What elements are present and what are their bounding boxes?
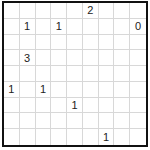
cell-r6c5[interactable]: [67, 82, 83, 98]
cell-r9c7: 1: [99, 129, 115, 145]
cell-r8c1[interactable]: [4, 113, 20, 129]
cell-r2c6[interactable]: [83, 19, 99, 35]
cell-r1c3[interactable]: [36, 3, 52, 19]
cell-r5c6[interactable]: [83, 66, 99, 82]
cell-r3c4[interactable]: [51, 35, 67, 51]
cell-r5c5[interactable]: [67, 66, 83, 82]
cell-r4c5[interactable]: [67, 50, 83, 66]
cell-r2c8[interactable]: [114, 19, 130, 35]
cell-r3c5[interactable]: [67, 35, 83, 51]
cell-r4c4[interactable]: [51, 50, 67, 66]
cell-r9c4[interactable]: [51, 129, 67, 145]
cell-r2c4: 1: [51, 19, 67, 35]
cell-r2c3[interactable]: [36, 19, 52, 35]
cell-r6c6[interactable]: [83, 82, 99, 98]
cell-r4c3[interactable]: [36, 50, 52, 66]
cell-r4c1[interactable]: [4, 50, 20, 66]
cell-r1c8[interactable]: [114, 3, 130, 19]
cell-r8c8[interactable]: [114, 113, 130, 129]
cell-r4c8[interactable]: [114, 50, 130, 66]
cell-r5c1[interactable]: [4, 66, 20, 82]
cell-r2c5[interactable]: [67, 19, 83, 35]
cell-r2c7[interactable]: [99, 19, 115, 35]
cell-r9c2[interactable]: [20, 129, 36, 145]
cell-r7c5: 1: [67, 98, 83, 114]
cell-r8c6[interactable]: [83, 113, 99, 129]
cell-r2c1[interactable]: [4, 19, 20, 35]
cell-r4c2: 3: [20, 50, 36, 66]
cell-r6c3: 1: [36, 82, 52, 98]
cell-r7c6[interactable]: [83, 98, 99, 114]
cell-r9c9[interactable]: [130, 129, 146, 145]
cell-r1c7[interactable]: [99, 3, 115, 19]
cell-r3c2[interactable]: [20, 35, 36, 51]
cell-r6c7[interactable]: [99, 82, 115, 98]
cell-r3c6[interactable]: [83, 35, 99, 51]
cell-r5c7[interactable]: [99, 66, 115, 82]
cell-r5c8[interactable]: [114, 66, 130, 82]
cell-r7c8[interactable]: [114, 98, 130, 114]
cell-r9c1[interactable]: [4, 129, 20, 145]
cell-r5c9[interactable]: [130, 66, 146, 82]
cell-r9c3[interactable]: [36, 129, 52, 145]
cell-r6c8[interactable]: [114, 82, 130, 98]
puzzle-board: 211031111: [2, 1, 148, 147]
cell-r6c4[interactable]: [51, 82, 67, 98]
cell-r2c2: 1: [20, 19, 36, 35]
cell-r9c8[interactable]: [114, 129, 130, 145]
cell-r6c9[interactable]: [130, 82, 146, 98]
cell-r3c3[interactable]: [36, 35, 52, 51]
cell-r3c9[interactable]: [130, 35, 146, 51]
cell-r8c5[interactable]: [67, 113, 83, 129]
cell-r4c7[interactable]: [99, 50, 115, 66]
cell-r8c9[interactable]: [130, 113, 146, 129]
cell-r1c4[interactable]: [51, 3, 67, 19]
cell-r6c1: 1: [4, 82, 20, 98]
cell-r1c6: 2: [83, 3, 99, 19]
cell-r4c9[interactable]: [130, 50, 146, 66]
cell-r7c4[interactable]: [51, 98, 67, 114]
cell-r7c1[interactable]: [4, 98, 20, 114]
cell-r7c2[interactable]: [20, 98, 36, 114]
cell-r1c1[interactable]: [4, 3, 20, 19]
cell-r7c7[interactable]: [99, 98, 115, 114]
cell-r7c9[interactable]: [130, 98, 146, 114]
cell-r9c6[interactable]: [83, 129, 99, 145]
cell-r6c2[interactable]: [20, 82, 36, 98]
cell-r1c9[interactable]: [130, 3, 146, 19]
cell-r3c8[interactable]: [114, 35, 130, 51]
cell-r1c2[interactable]: [20, 3, 36, 19]
cell-r8c7[interactable]: [99, 113, 115, 129]
cell-r8c4[interactable]: [51, 113, 67, 129]
cell-r2c9: 0: [130, 19, 146, 35]
cell-r8c2[interactable]: [20, 113, 36, 129]
cell-r5c4[interactable]: [51, 66, 67, 82]
cell-r4c6[interactable]: [83, 50, 99, 66]
cell-r3c1[interactable]: [4, 35, 20, 51]
cell-r3c7[interactable]: [99, 35, 115, 51]
cell-r8c3[interactable]: [36, 113, 52, 129]
cell-r5c2[interactable]: [20, 66, 36, 82]
cell-r9c5[interactable]: [67, 129, 83, 145]
cell-r5c3[interactable]: [36, 66, 52, 82]
cell-r7c3[interactable]: [36, 98, 52, 114]
cell-r1c5[interactable]: [67, 3, 83, 19]
